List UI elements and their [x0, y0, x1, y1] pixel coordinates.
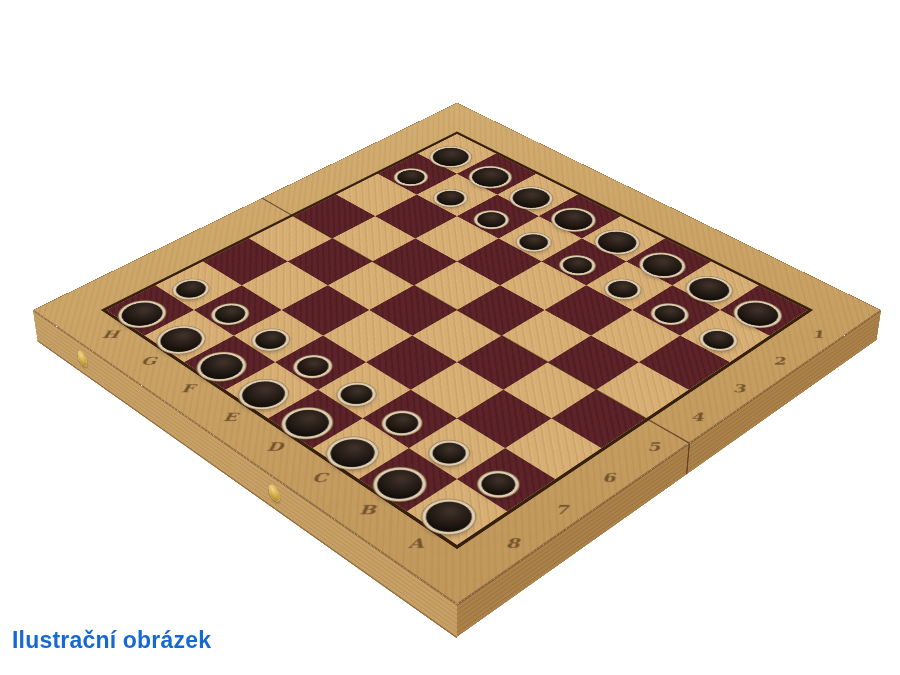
pieces-layer: ♜♞♝♛♚♝♞♜♟♟♟♟♟♟♟♟♟♟♟♟♟♟♟♟♜♞♝♛♚♝♞♜ — [33, 103, 882, 605]
brass-latch — [268, 482, 280, 505]
scene: HGFEDCBA12345678 ♜♞♝♛♚♝♞♜♟♟♟♟♟♟♟♟♟♟♟♟♟♟♟… — [0, 0, 900, 675]
caption: Ilustrační obrázek — [12, 627, 211, 654]
brass-latch — [77, 348, 88, 369]
black-rook-glyph: ♜ — [407, 363, 490, 516]
fold-seam-side — [686, 444, 690, 475]
board-frame: HGFEDCBA12345678 ♜♞♝♛♚♝♞♜♟♟♟♟♟♟♟♟♟♟♟♟♟♟♟… — [33, 103, 882, 605]
white-pawn-glyph: ♟ — [688, 229, 748, 339]
